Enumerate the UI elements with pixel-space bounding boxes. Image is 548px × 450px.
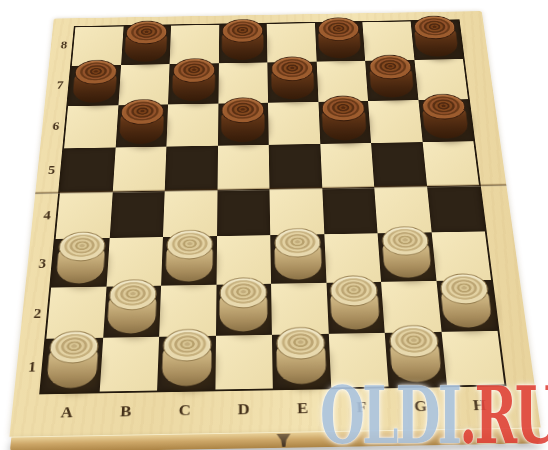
square-h4[interactable] (427, 185, 485, 232)
square-h2[interactable] (436, 280, 497, 332)
watermark-oldi-ru: OLDI.RU (320, 384, 548, 448)
square-c5[interactable] (165, 146, 218, 191)
square-e7[interactable] (267, 62, 318, 103)
watermark-blue-text: OLDI (320, 370, 459, 450)
square-f5[interactable] (320, 143, 374, 188)
square-f2[interactable] (326, 282, 385, 334)
checker-light-c3[interactable] (165, 230, 213, 282)
square-c7[interactable] (168, 63, 218, 104)
checker-light-a1[interactable] (46, 331, 99, 389)
square-f6[interactable] (318, 101, 371, 144)
board-clasp (273, 434, 295, 447)
checker-light-e1[interactable] (276, 327, 327, 385)
square-c1[interactable] (157, 336, 215, 391)
square-d2[interactable] (216, 284, 272, 336)
square-g3[interactable] (378, 232, 436, 281)
checker-light-b2[interactable] (107, 279, 157, 334)
checker-dark-f8[interactable] (318, 17, 362, 58)
file-label-c: C (155, 391, 215, 430)
checker-dark-e7[interactable] (271, 56, 315, 99)
checker-light-f2[interactable] (330, 275, 381, 330)
checker-dark-c7[interactable] (172, 58, 215, 101)
square-b4[interactable] (109, 191, 164, 238)
square-g5[interactable] (371, 142, 427, 187)
checker-dark-h8[interactable] (413, 15, 459, 56)
square-e5[interactable] (269, 144, 322, 189)
checker-light-d2[interactable] (220, 277, 268, 332)
product-photo-checkers-board: 87654321 ABCDEFGH OLDI.RU (0, 0, 548, 450)
checker-light-c1[interactable] (161, 329, 211, 387)
square-g7[interactable] (365, 60, 418, 101)
square-a3[interactable] (51, 238, 109, 288)
square-c3[interactable] (161, 236, 217, 286)
watermark-red-text: .RU (459, 370, 548, 450)
square-a5[interactable] (60, 147, 115, 192)
square-b6[interactable] (115, 104, 168, 147)
square-h5[interactable] (422, 141, 479, 186)
square-a6[interactable] (64, 105, 118, 148)
square-a1[interactable] (41, 338, 102, 393)
square-b2[interactable] (103, 286, 161, 338)
checker-dark-h6[interactable] (421, 94, 469, 139)
square-c6[interactable] (166, 104, 218, 147)
file-label-d: D (214, 390, 273, 429)
square-g6[interactable] (368, 100, 422, 143)
checker-dark-b8[interactable] (124, 20, 167, 62)
checker-light-h2[interactable] (439, 273, 493, 328)
square-d6[interactable] (218, 103, 269, 146)
square-b8[interactable] (121, 26, 171, 65)
file-label-a: A (36, 393, 98, 432)
file-label-b: B (95, 392, 156, 431)
square-f8[interactable] (315, 22, 366, 61)
square-e3[interactable] (270, 234, 326, 284)
square-d4[interactable] (217, 189, 271, 236)
board-grid (39, 19, 506, 394)
checker-dark-a7[interactable] (72, 60, 118, 103)
checker-dark-f6[interactable] (321, 95, 367, 140)
checker-light-a3[interactable] (55, 231, 106, 283)
checker-light-e3[interactable] (274, 228, 322, 280)
checker-light-g3[interactable] (381, 226, 432, 278)
square-f4[interactable] (322, 187, 378, 234)
checker-dark-d8[interactable] (222, 19, 264, 61)
square-b1[interactable] (99, 337, 159, 392)
square-d5[interactable] (217, 145, 269, 190)
square-a7[interactable] (68, 65, 121, 106)
square-h8[interactable] (410, 21, 463, 60)
square-d1[interactable] (215, 335, 273, 390)
square-d8[interactable] (218, 24, 267, 63)
square-e6[interactable] (268, 102, 320, 145)
checker-dark-b6[interactable] (119, 99, 165, 144)
square-b5[interactable] (112, 147, 166, 192)
checker-dark-g7[interactable] (368, 55, 414, 98)
checker-dark-d6[interactable] (221, 97, 265, 142)
square-h6[interactable] (418, 99, 473, 142)
